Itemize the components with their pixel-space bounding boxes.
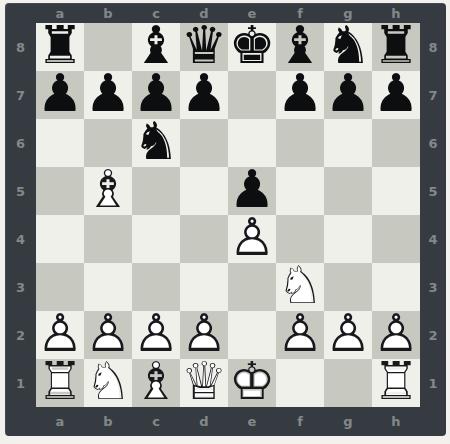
rank-label-8-left: 8: [5, 23, 36, 71]
piece-black-pawn-d7: ♟: [181, 67, 228, 119]
square-c4[interactable]: [132, 215, 180, 263]
file-labels-bottom: abcdefgh: [36, 407, 420, 436]
piece-outline-layer: ♕: [181, 355, 228, 407]
piece-white-queen-d1: ♛♕: [181, 355, 228, 407]
square-a1[interactable]: ♜♖: [36, 359, 84, 407]
square-b4[interactable]: [84, 215, 132, 263]
piece-white-bishop-c1: ♝♗: [133, 355, 180, 407]
piece-white-bishop-b5: ♝♗: [85, 163, 132, 215]
rank-label-2-left: 2: [5, 311, 36, 359]
piece-white-rook-h1: ♜♖: [373, 355, 420, 407]
piece-white-knight-b1: ♞♘: [85, 355, 132, 407]
square-h7[interactable]: ♟: [372, 71, 420, 119]
square-g2[interactable]: ♟♙: [324, 311, 372, 359]
piece-black-pawn-g7: ♟: [325, 67, 372, 119]
rank-label-5-right: 5: [420, 167, 446, 215]
piece-outline-layer: ♙: [325, 307, 372, 359]
rank-label-7-left: 7: [5, 71, 36, 119]
file-label-g-bottom: g: [324, 407, 372, 436]
square-d7[interactable]: ♟: [180, 71, 228, 119]
rank-label-3-right: 3: [420, 263, 446, 311]
file-label-b-bottom: b: [84, 407, 132, 436]
square-e3[interactable]: [228, 263, 276, 311]
square-a4[interactable]: [36, 215, 84, 263]
rank-label-5-left: 5: [5, 167, 36, 215]
chess-board: ♜♝♛♚♝♞♜♟♟♟♟♟♟♟♞♝♗♟♟♙♞♘♟♙♟♙♟♙♟♙♟♙♟♙♟♙♜♖♞♘…: [36, 23, 420, 407]
square-a5[interactable]: [36, 167, 84, 215]
piece-outline-layer: ♗: [85, 163, 132, 215]
piece-white-king-e1: ♚♔: [229, 355, 276, 407]
file-label-h-bottom: h: [372, 407, 420, 436]
rank-label-3-left: 3: [5, 263, 36, 311]
file-label-e-bottom: e: [228, 407, 276, 436]
square-d1[interactable]: ♛♕: [180, 359, 228, 407]
rank-label-1-right: 1: [420, 359, 446, 407]
square-c6[interactable]: ♞: [132, 119, 180, 167]
piece-black-king-e8: ♚: [229, 19, 276, 71]
square-b5[interactable]: ♝♗: [84, 167, 132, 215]
square-g7[interactable]: ♟: [324, 71, 372, 119]
rank-label-7-right: 7: [420, 71, 446, 119]
square-f7[interactable]: ♟: [276, 71, 324, 119]
piece-black-pawn-b7: ♟: [85, 67, 132, 119]
square-a7[interactable]: ♟: [36, 71, 84, 119]
square-b1[interactable]: ♞♘: [84, 359, 132, 407]
rank-label-2-right: 2: [420, 311, 446, 359]
square-d4[interactable]: [180, 215, 228, 263]
square-g4[interactable]: [324, 215, 372, 263]
piece-black-knight-c6: ♞: [133, 115, 180, 167]
piece-outline-layer: ♔: [229, 355, 276, 407]
square-h5[interactable]: [372, 167, 420, 215]
square-f1[interactable]: [276, 359, 324, 407]
square-b7[interactable]: ♟: [84, 71, 132, 119]
piece-outline-layer: ♙: [229, 211, 276, 263]
square-h6[interactable]: [372, 119, 420, 167]
rank-labels-left: 87654321: [5, 23, 36, 407]
file-label-d-bottom: d: [180, 407, 228, 436]
board-frame: abcdefgh abcdefgh 87654321 87654321 ♜♝♛♚…: [5, 3, 446, 436]
square-h1[interactable]: ♜♖: [372, 359, 420, 407]
rank-labels-right: 87654321: [420, 23, 446, 407]
file-label-a-bottom: a: [36, 407, 84, 436]
rank-label-6-right: 6: [420, 119, 446, 167]
square-h4[interactable]: [372, 215, 420, 263]
chessboard-widget: abcdefgh abcdefgh 87654321 87654321 ♜♝♛♚…: [0, 0, 450, 444]
square-e4[interactable]: ♟♙: [228, 215, 276, 263]
piece-outline-layer: ♘: [85, 355, 132, 407]
square-f6[interactable]: [276, 119, 324, 167]
square-g1[interactable]: [324, 359, 372, 407]
piece-white-pawn-e4: ♟♙: [229, 211, 276, 263]
square-a6[interactable]: [36, 119, 84, 167]
square-f2[interactable]: ♟♙: [276, 311, 324, 359]
rank-label-6-left: 6: [5, 119, 36, 167]
square-c5[interactable]: [132, 167, 180, 215]
rank-label-8-right: 8: [420, 23, 446, 71]
square-g6[interactable]: [324, 119, 372, 167]
square-f5[interactable]: [276, 167, 324, 215]
piece-outline-layer: ♙: [277, 307, 324, 359]
piece-outline-layer: ♖: [373, 355, 420, 407]
piece-black-pawn-f7: ♟: [277, 67, 324, 119]
piece-white-rook-a1: ♜♖: [37, 355, 84, 407]
square-e7[interactable]: [228, 71, 276, 119]
square-e8[interactable]: ♚: [228, 23, 276, 71]
square-e1[interactable]: ♚♔: [228, 359, 276, 407]
rank-label-4-right: 4: [420, 215, 446, 263]
file-label-f-bottom: f: [276, 407, 324, 436]
rank-label-4-left: 4: [5, 215, 36, 263]
rank-label-1-left: 1: [5, 359, 36, 407]
piece-outline-layer: ♗: [133, 355, 180, 407]
piece-white-pawn-g2: ♟♙: [325, 307, 372, 359]
file-label-c-bottom: c: [132, 407, 180, 436]
square-g5[interactable]: [324, 167, 372, 215]
piece-black-pawn-a7: ♟: [37, 67, 84, 119]
square-d6[interactable]: [180, 119, 228, 167]
square-d5[interactable]: [180, 167, 228, 215]
piece-white-pawn-f2: ♟♙: [277, 307, 324, 359]
piece-outline-layer: ♖: [37, 355, 84, 407]
piece-black-pawn-h7: ♟: [373, 67, 420, 119]
square-c1[interactable]: ♝♗: [132, 359, 180, 407]
file-label-b-top: b: [84, 3, 132, 23]
